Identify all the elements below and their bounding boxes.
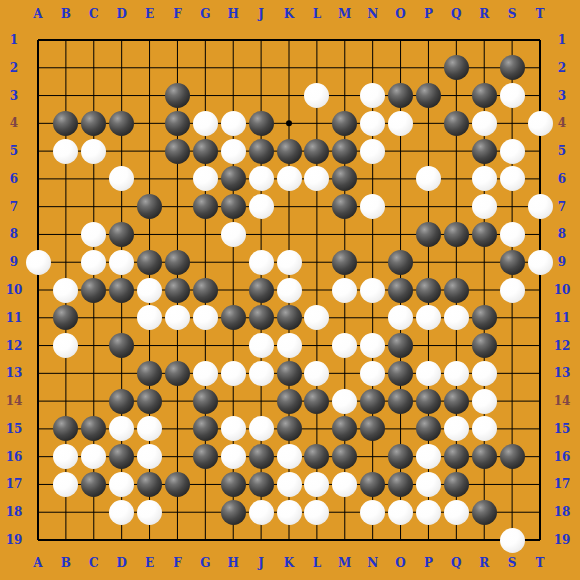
stone-black-P3[interactable]: [416, 83, 441, 108]
stone-black-P14[interactable]: [416, 389, 441, 414]
stone-white-K18[interactable]: [277, 500, 302, 525]
row-label-left-19: 19: [6, 534, 23, 546]
stone-white-S6[interactable]: [500, 166, 525, 191]
stone-black-F5[interactable]: [165, 139, 190, 164]
stone-black-H18[interactable]: [221, 500, 246, 525]
stone-black-O13[interactable]: [388, 361, 413, 386]
stone-black-N17[interactable]: [360, 472, 385, 497]
stone-black-F4[interactable]: [165, 111, 190, 136]
col-label-bottom-E: E: [145, 557, 154, 569]
row-label-left-8: 8: [10, 228, 18, 240]
stone-black-C10[interactable]: [81, 278, 106, 303]
col-label-bottom-S: S: [508, 557, 517, 569]
stone-white-R13[interactable]: [472, 361, 497, 386]
stone-black-O3[interactable]: [388, 83, 413, 108]
row-label-right-8: 8: [558, 228, 566, 240]
col-label-top-M: M: [338, 8, 351, 20]
stone-black-L5[interactable]: [304, 139, 329, 164]
col-label-top-E: E: [145, 8, 154, 20]
stone-white-Q18[interactable]: [444, 500, 469, 525]
stone-white-R7[interactable]: [472, 194, 497, 219]
row-label-left-6: 6: [10, 173, 18, 185]
col-label-bottom-H: H: [228, 557, 239, 569]
row-label-left-10: 10: [6, 284, 23, 296]
stone-black-K11[interactable]: [277, 305, 302, 330]
stone-white-H5[interactable]: [221, 139, 246, 164]
stone-black-G14[interactable]: [193, 389, 218, 414]
stone-white-N13[interactable]: [360, 361, 385, 386]
stone-black-J4[interactable]: [249, 111, 274, 136]
stone-black-J16[interactable]: [249, 444, 274, 469]
stone-white-N18[interactable]: [360, 500, 385, 525]
row-label-left-15: 15: [6, 423, 23, 435]
row-label-right-11: 11: [554, 312, 571, 324]
row-label-left-17: 17: [6, 478, 23, 490]
stone-white-J13[interactable]: [249, 361, 274, 386]
stone-white-R6[interactable]: [472, 166, 497, 191]
stone-white-O18[interactable]: [388, 500, 413, 525]
stone-black-H7[interactable]: [221, 194, 246, 219]
stone-black-H17[interactable]: [221, 472, 246, 497]
row-label-left-12: 12: [6, 340, 23, 352]
stone-black-M5[interactable]: [332, 139, 357, 164]
stone-white-B10[interactable]: [53, 278, 78, 303]
stone-black-R5[interactable]: [472, 139, 497, 164]
stone-white-P18[interactable]: [416, 500, 441, 525]
col-label-bottom-O: O: [395, 557, 405, 569]
stone-white-J9[interactable]: [249, 250, 274, 275]
row-label-right-9: 9: [558, 256, 566, 268]
stone-black-E14[interactable]: [137, 389, 162, 414]
col-label-top-T: T: [536, 8, 545, 20]
stone-black-D4[interactable]: [109, 111, 134, 136]
stone-black-R3[interactable]: [472, 83, 497, 108]
col-label-bottom-J: J: [258, 557, 264, 569]
stone-white-S5[interactable]: [500, 139, 525, 164]
stone-black-P10[interactable]: [416, 278, 441, 303]
go-board: AABBCCDDEEFFGGHHJJKKLLMMNNOOPPQQRRSSTT11…: [0, 0, 580, 580]
stone-white-L18[interactable]: [304, 500, 329, 525]
stone-black-R11[interactable]: [472, 305, 497, 330]
stone-white-G13[interactable]: [193, 361, 218, 386]
col-label-top-L: L: [313, 8, 321, 20]
col-label-top-Q: Q: [451, 8, 461, 20]
stone-white-J12[interactable]: [249, 333, 274, 358]
stone-black-Q8[interactable]: [444, 222, 469, 247]
stone-black-Q2[interactable]: [444, 55, 469, 80]
row-label-right-10: 10: [554, 284, 571, 296]
stone-black-E9[interactable]: [137, 250, 162, 275]
stone-black-G7[interactable]: [193, 194, 218, 219]
stone-black-S2[interactable]: [500, 55, 525, 80]
row-label-left-5: 5: [10, 145, 18, 157]
stone-black-H6[interactable]: [221, 166, 246, 191]
stone-white-T7[interactable]: [528, 194, 553, 219]
stone-white-A9[interactable]: [26, 250, 51, 275]
stone-white-H15[interactable]: [221, 416, 246, 441]
stone-white-D9[interactable]: [109, 250, 134, 275]
col-label-top-A: A: [33, 8, 42, 20]
stone-black-G10[interactable]: [193, 278, 218, 303]
stone-white-G11[interactable]: [193, 305, 218, 330]
col-label-bottom-G: G: [200, 557, 210, 569]
stone-white-R15[interactable]: [472, 416, 497, 441]
row-label-right-2: 2: [558, 62, 566, 74]
stone-black-J11[interactable]: [249, 305, 274, 330]
stone-black-K13[interactable]: [277, 361, 302, 386]
row-label-left-14: 14: [6, 395, 23, 407]
stone-white-C5[interactable]: [81, 139, 106, 164]
stone-white-P17[interactable]: [416, 472, 441, 497]
stone-black-J5[interactable]: [249, 139, 274, 164]
stone-black-F9[interactable]: [165, 250, 190, 275]
stone-black-F10[interactable]: [165, 278, 190, 303]
stone-white-C9[interactable]: [81, 250, 106, 275]
stone-white-P13[interactable]: [416, 361, 441, 386]
stone-black-R16[interactable]: [472, 444, 497, 469]
col-label-bottom-T: T: [536, 557, 545, 569]
row-label-left-18: 18: [6, 506, 23, 518]
stone-black-D8[interactable]: [109, 222, 134, 247]
row-label-right-6: 6: [558, 173, 566, 185]
stone-white-M10[interactable]: [332, 278, 357, 303]
stone-black-S9[interactable]: [500, 250, 525, 275]
stone-white-D17[interactable]: [109, 472, 134, 497]
stone-black-O14[interactable]: [388, 389, 413, 414]
stone-black-L14[interactable]: [304, 389, 329, 414]
col-label-top-B: B: [61, 8, 71, 20]
stone-black-D10[interactable]: [109, 278, 134, 303]
stone-white-J7[interactable]: [249, 194, 274, 219]
stone-white-K9[interactable]: [277, 250, 302, 275]
col-label-bottom-K: K: [284, 557, 294, 569]
row-label-right-1: 1: [558, 34, 566, 46]
row-label-left-7: 7: [10, 201, 18, 213]
row-label-left-3: 3: [10, 90, 18, 102]
stone-white-N10[interactable]: [360, 278, 385, 303]
col-label-bottom-R: R: [479, 557, 489, 569]
col-label-bottom-M: M: [338, 557, 351, 569]
col-label-top-N: N: [367, 8, 378, 20]
star-point-K4: [286, 120, 292, 126]
col-label-bottom-A: A: [33, 557, 42, 569]
stone-black-O12[interactable]: [388, 333, 413, 358]
row-label-left-16: 16: [6, 451, 23, 463]
col-label-top-C: C: [89, 8, 99, 20]
stone-black-Q4[interactable]: [444, 111, 469, 136]
stone-black-H11[interactable]: [221, 305, 246, 330]
col-label-top-P: P: [424, 8, 433, 20]
stone-white-Q13[interactable]: [444, 361, 469, 386]
stone-white-J15[interactable]: [249, 416, 274, 441]
stone-white-H16[interactable]: [221, 444, 246, 469]
stone-black-J17[interactable]: [249, 472, 274, 497]
stone-black-P8[interactable]: [416, 222, 441, 247]
row-label-left-13: 13: [6, 367, 23, 379]
col-label-bottom-F: F: [173, 557, 182, 569]
stone-white-S10[interactable]: [500, 278, 525, 303]
stone-white-Q11[interactable]: [444, 305, 469, 330]
stone-white-K6[interactable]: [277, 166, 302, 191]
stone-black-F3[interactable]: [165, 83, 190, 108]
stone-black-Q14[interactable]: [444, 389, 469, 414]
row-label-right-15: 15: [554, 423, 571, 435]
stone-white-K12[interactable]: [277, 333, 302, 358]
row-label-right-3: 3: [558, 90, 566, 102]
stone-white-J6[interactable]: [249, 166, 274, 191]
stone-white-E18[interactable]: [137, 500, 162, 525]
stone-black-F13[interactable]: [165, 361, 190, 386]
stone-black-S16[interactable]: [500, 444, 525, 469]
col-label-bottom-Q: Q: [451, 557, 461, 569]
stone-black-F17[interactable]: [165, 472, 190, 497]
stone-white-H8[interactable]: [221, 222, 246, 247]
stone-white-N4[interactable]: [360, 111, 385, 136]
stone-white-K16[interactable]: [277, 444, 302, 469]
stone-black-D14[interactable]: [109, 389, 134, 414]
row-label-left-2: 2: [10, 62, 18, 74]
stone-black-G5[interactable]: [193, 139, 218, 164]
col-label-top-R: R: [479, 8, 489, 20]
row-label-left-4: 4: [10, 117, 18, 129]
stone-black-O9[interactable]: [388, 250, 413, 275]
row-label-left-9: 9: [10, 256, 18, 268]
stone-white-R14[interactable]: [472, 389, 497, 414]
stone-black-E13[interactable]: [137, 361, 162, 386]
stone-black-O10[interactable]: [388, 278, 413, 303]
stone-white-S19[interactable]: [500, 528, 525, 553]
stone-white-K10[interactable]: [277, 278, 302, 303]
stone-black-Q17[interactable]: [444, 472, 469, 497]
stone-white-H13[interactable]: [221, 361, 246, 386]
stone-white-K17[interactable]: [277, 472, 302, 497]
col-label-bottom-B: B: [61, 557, 71, 569]
col-label-top-J: J: [258, 8, 264, 20]
stone-black-N14[interactable]: [360, 389, 385, 414]
col-label-top-D: D: [116, 8, 126, 20]
col-label-bottom-L: L: [313, 557, 321, 569]
stone-white-N5[interactable]: [360, 139, 385, 164]
stone-black-M4[interactable]: [332, 111, 357, 136]
stone-white-P16[interactable]: [416, 444, 441, 469]
col-label-top-K: K: [284, 8, 294, 20]
row-label-left-11: 11: [6, 312, 23, 324]
stone-white-M14[interactable]: [332, 389, 357, 414]
stone-white-T4[interactable]: [528, 111, 553, 136]
stone-black-Q10[interactable]: [444, 278, 469, 303]
stone-black-M9[interactable]: [332, 250, 357, 275]
stone-white-G4[interactable]: [193, 111, 218, 136]
row-label-right-16: 16: [554, 451, 571, 463]
row-label-right-17: 17: [554, 478, 571, 490]
stone-black-R12[interactable]: [472, 333, 497, 358]
stone-white-T9[interactable]: [528, 250, 553, 275]
row-label-right-13: 13: [554, 367, 571, 379]
stone-black-R8[interactable]: [472, 222, 497, 247]
col-label-bottom-P: P: [424, 557, 433, 569]
stone-white-H4[interactable]: [221, 111, 246, 136]
col-label-top-H: H: [228, 8, 239, 20]
stone-white-J18[interactable]: [249, 500, 274, 525]
col-label-bottom-N: N: [367, 557, 378, 569]
stone-white-B5[interactable]: [53, 139, 78, 164]
stone-black-K14[interactable]: [277, 389, 302, 414]
stone-black-C4[interactable]: [81, 111, 106, 136]
stone-white-S3[interactable]: [500, 83, 525, 108]
stone-white-O4[interactable]: [388, 111, 413, 136]
stone-black-R18[interactable]: [472, 500, 497, 525]
stone-black-O17[interactable]: [388, 472, 413, 497]
stone-black-K5[interactable]: [277, 139, 302, 164]
stone-black-G16[interactable]: [193, 444, 218, 469]
row-label-right-12: 12: [554, 340, 571, 352]
row-label-right-19: 19: [554, 534, 571, 546]
stone-black-E17[interactable]: [137, 472, 162, 497]
row-label-right-5: 5: [558, 145, 566, 157]
col-label-bottom-C: C: [89, 557, 99, 569]
stone-white-R4[interactable]: [472, 111, 497, 136]
col-label-top-O: O: [395, 8, 405, 20]
row-label-left-1: 1: [10, 34, 18, 46]
row-label-right-14: 14: [554, 395, 571, 407]
col-label-top-F: F: [173, 8, 182, 20]
stone-white-S8[interactable]: [500, 222, 525, 247]
stone-white-E10[interactable]: [137, 278, 162, 303]
row-label-right-4: 4: [558, 117, 566, 129]
col-label-bottom-D: D: [116, 557, 126, 569]
col-label-top-S: S: [508, 8, 517, 20]
stone-white-D18[interactable]: [109, 500, 134, 525]
stone-black-Q16[interactable]: [444, 444, 469, 469]
stone-black-K15[interactable]: [277, 416, 302, 441]
stone-black-J10[interactable]: [249, 278, 274, 303]
row-label-right-7: 7: [558, 201, 566, 213]
row-label-right-18: 18: [554, 506, 571, 518]
col-label-top-G: G: [200, 8, 210, 20]
